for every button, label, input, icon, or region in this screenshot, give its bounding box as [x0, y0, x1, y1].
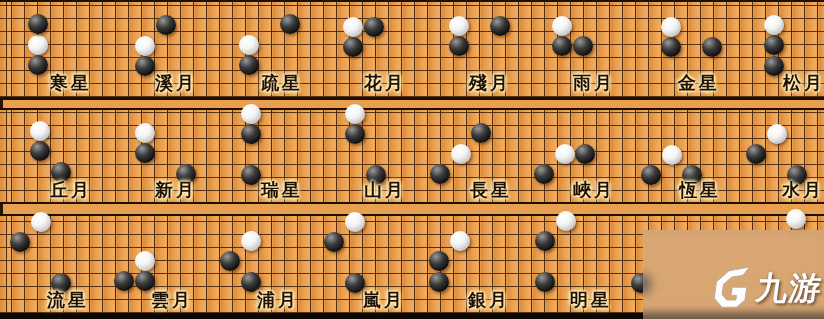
black-stone-銀月-1: [429, 251, 449, 271]
white-stone-溪月-2: [135, 36, 155, 56]
black-stone-峽月-1: [534, 164, 554, 184]
black-stone-金星-1: [661, 37, 681, 57]
black-stone-松月-3: [764, 56, 784, 76]
opening-label-水月: 水月: [782, 178, 824, 202]
board-border-5: [0, 214, 824, 216]
opening-label-嵐月: 嵐月: [363, 288, 405, 312]
white-stone-疏星-2: [239, 35, 259, 55]
black-stone-山月-1: [345, 124, 365, 144]
white-stone-花月-2: [343, 17, 363, 37]
opening-label-雲月: 雲月: [151, 288, 193, 312]
black-stone-嵐月-1: [324, 232, 344, 252]
black-stone-長星-1: [430, 164, 450, 184]
opening-label-峽月: 峽月: [573, 178, 615, 202]
white-stone-新月-2: [135, 123, 155, 143]
opening-label-銀月: 銀月: [468, 288, 510, 312]
black-stone-新月-1: [135, 143, 155, 163]
white-stone-丘月-2: [30, 121, 50, 141]
opening-label-寒星: 寒星: [50, 71, 92, 95]
opening-label-浦月: 浦月: [257, 288, 299, 312]
opening-label-瑞星: 瑞星: [261, 178, 303, 202]
board-border-3: [0, 108, 824, 110]
white-stone-partial-1: [786, 209, 806, 229]
black-stone-銀月-3: [429, 272, 449, 292]
white-stone-水月-2: [767, 124, 787, 144]
white-stone-雨月-2: [552, 16, 572, 36]
nine-game-logo-icon: [707, 265, 756, 313]
black-stone-疏星-1: [239, 55, 259, 75]
black-stone-金星-3: [702, 37, 722, 57]
white-stone-恆星-2: [662, 145, 682, 165]
black-stone-花月-1: [343, 37, 363, 57]
white-stone-浦月-2: [241, 231, 261, 251]
black-stone-水月-1: [746, 144, 766, 164]
black-stone-流星-1: [10, 232, 30, 252]
opening-label-恆星: 恆星: [679, 178, 721, 202]
white-stone-寒星-2: [28, 35, 48, 55]
white-stone-山月-2: [345, 104, 365, 124]
opening-label-丘月: 丘月: [50, 178, 92, 202]
black-stone-溪月-3: [156, 15, 176, 35]
opening-label-流星: 流星: [47, 288, 89, 312]
black-stone-疏星-3: [280, 14, 300, 34]
white-stone-嵐月-2: [345, 212, 365, 232]
black-stone-明星-1: [535, 231, 555, 251]
black-stone-花月-3: [364, 17, 384, 37]
opening-label-疏星: 疏星: [261, 71, 303, 95]
black-stone-寒星-1: [28, 55, 48, 75]
opening-label-溪月: 溪月: [155, 71, 197, 95]
black-stone-明星-3: [535, 272, 555, 292]
opening-label-山月: 山月: [364, 178, 406, 202]
black-stone-瑞星-3: [241, 165, 261, 185]
black-stone-恆星-1: [641, 165, 661, 185]
opening-label-長星: 長星: [470, 178, 512, 202]
white-stone-長星-2: [451, 144, 471, 164]
white-stone-明星-2: [556, 211, 576, 231]
white-stone-銀月-2: [450, 231, 470, 251]
black-stone-嵐月-3: [345, 273, 365, 293]
black-stone-殘月-3: [490, 16, 510, 36]
opening-label-新月: 新月: [155, 178, 197, 202]
board-border-4: [0, 202, 824, 204]
black-stone-溪月-1: [135, 56, 155, 76]
white-stone-峽月-2: [555, 144, 575, 164]
white-stone-殘月-2: [449, 16, 469, 36]
white-stone-雲月-2: [135, 251, 155, 271]
black-stone-丘月-1: [30, 141, 50, 161]
opening-label-花月: 花月: [364, 71, 406, 95]
white-stone-流星-2: [31, 212, 51, 232]
opening-label-殘月: 殘月: [469, 71, 511, 95]
opening-label-松月: 松月: [783, 71, 824, 95]
black-stone-浦月-1: [220, 251, 240, 271]
black-stone-雲月-1: [114, 271, 134, 291]
black-stone-殘月-1: [449, 36, 469, 56]
opening-label-明星: 明星: [570, 288, 612, 312]
watermark-content: 九游: [707, 265, 824, 313]
white-stone-瑞星-2: [241, 104, 261, 124]
black-stone-長星-3: [471, 123, 491, 143]
opening-label-雨月: 雨月: [573, 71, 615, 95]
board-border-1: [0, 0, 824, 2]
opening-label-金星: 金星: [678, 71, 720, 95]
black-stone-瑞星-1: [241, 124, 261, 144]
white-stone-金星-2: [661, 17, 681, 37]
gomoku-opening-chart-board: 寒星溪月疏星花月殘月雨月金星松月丘月新月瑞星山月長星峽月恆星水月流星雲月浦月嵐月…: [0, 0, 824, 319]
white-stone-松月-2: [764, 15, 784, 35]
watermark-text: 九游: [753, 267, 824, 311]
black-stone-峽月-3: [575, 144, 595, 164]
board-border-2: [0, 97, 824, 100]
watermark-panel: 九游: [643, 230, 824, 319]
black-stone-寒星-3: [28, 14, 48, 34]
black-stone-雨月-3: [573, 36, 593, 56]
black-stone-松月-1: [764, 35, 784, 55]
black-stone-雨月-1: [552, 36, 572, 56]
